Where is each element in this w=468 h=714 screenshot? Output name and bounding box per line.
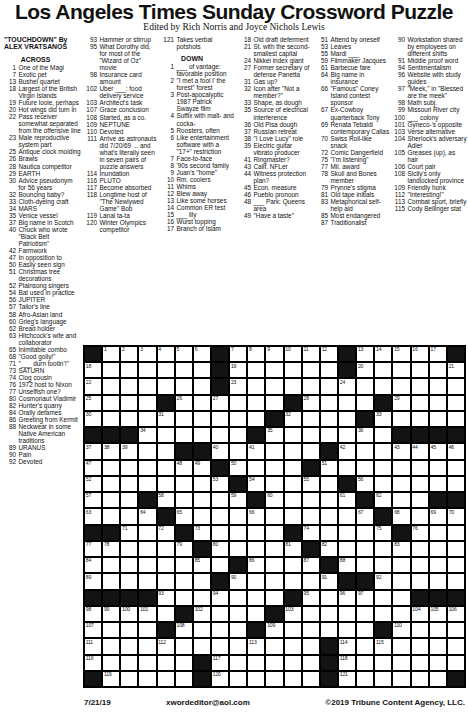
- grid-cell[interactable]: [356, 655, 374, 671]
- grid-cell[interactable]: [175, 362, 193, 378]
- grid-cell[interactable]: [102, 395, 120, 411]
- grid-cell[interactable]: [211, 557, 229, 573]
- grid-cell[interactable]: [138, 557, 156, 573]
- grid-cell[interactable]: [211, 492, 229, 508]
- grid-cell[interactable]: [157, 671, 175, 687]
- grid-cell[interactable]: 50: [229, 460, 247, 476]
- grid-cell[interactable]: 6: [193, 346, 211, 362]
- grid-cell[interactable]: [265, 655, 283, 671]
- grid-cell[interactable]: [356, 525, 374, 541]
- grid-cell[interactable]: 108: [175, 622, 193, 638]
- grid-cell[interactable]: [302, 622, 320, 638]
- grid-cell[interactable]: [229, 443, 247, 459]
- grid-cell[interactable]: [102, 508, 120, 524]
- grid-cell[interactable]: [175, 671, 193, 687]
- grid-cell[interactable]: [338, 622, 356, 638]
- grid-cell[interactable]: [392, 476, 410, 492]
- grid-cell[interactable]: [338, 411, 356, 427]
- grid-cell[interactable]: [447, 411, 465, 427]
- grid-cell[interactable]: [120, 573, 138, 589]
- grid-cell[interactable]: [247, 606, 265, 622]
- grid-cell[interactable]: 89: [84, 573, 102, 589]
- grid-cell[interactable]: 35: [265, 427, 283, 443]
- grid-cell[interactable]: [356, 671, 374, 687]
- grid-cell[interactable]: [211, 525, 229, 541]
- grid-cell[interactable]: [411, 411, 429, 427]
- grid-cell[interactable]: 82: [320, 541, 338, 557]
- grid-cell[interactable]: [247, 460, 265, 476]
- grid-cell[interactable]: [429, 395, 447, 411]
- grid-cell[interactable]: [175, 590, 193, 606]
- grid-cell[interactable]: [138, 671, 156, 687]
- grid-cell[interactable]: [284, 492, 302, 508]
- grid-cell[interactable]: [247, 671, 265, 687]
- grid-cell[interactable]: 21: [447, 362, 465, 378]
- grid-cell[interactable]: [429, 460, 447, 476]
- grid-cell[interactable]: [157, 460, 175, 476]
- grid-cell[interactable]: [284, 638, 302, 654]
- grid-cell[interactable]: 75: [374, 525, 392, 541]
- grid-cell[interactable]: [302, 655, 320, 671]
- grid-cell[interactable]: [392, 671, 410, 687]
- grid-cell[interactable]: 40: [211, 443, 229, 459]
- grid-cell[interactable]: [302, 606, 320, 622]
- grid-cell[interactable]: [302, 362, 320, 378]
- grid-cell[interactable]: [302, 443, 320, 459]
- grid-cell[interactable]: 85: [193, 557, 211, 573]
- grid-cell[interactable]: [265, 460, 283, 476]
- grid-cell[interactable]: 43: [392, 443, 410, 459]
- grid-cell[interactable]: [102, 492, 120, 508]
- grid-cell[interactable]: 96: [338, 590, 356, 606]
- grid-cell[interactable]: [374, 476, 392, 492]
- grid-cell[interactable]: 38: [102, 443, 120, 459]
- grid-cell[interactable]: 34: [138, 427, 156, 443]
- grid-cell[interactable]: [229, 590, 247, 606]
- grid-cell[interactable]: [320, 411, 338, 427]
- grid-cell[interactable]: [175, 427, 193, 443]
- grid-cell[interactable]: 18: [84, 362, 102, 378]
- grid-cell[interactable]: 116: [84, 655, 102, 671]
- grid-cell[interactable]: [120, 362, 138, 378]
- grid-cell[interactable]: [302, 492, 320, 508]
- grid-cell[interactable]: 83: [392, 541, 410, 557]
- grid-cell[interactable]: 45: [429, 443, 447, 459]
- grid-cell[interactable]: [302, 671, 320, 687]
- grid-cell[interactable]: 117: [211, 655, 229, 671]
- grid-cell[interactable]: [392, 606, 410, 622]
- grid-cell[interactable]: 22: [84, 378, 102, 394]
- grid-cell[interactable]: 29: [392, 395, 410, 411]
- grid-cell[interactable]: [284, 622, 302, 638]
- grid-cell[interactable]: 74: [302, 525, 320, 541]
- grid-cell[interactable]: 113: [247, 638, 265, 654]
- grid-cell[interactable]: 19: [229, 362, 247, 378]
- grid-cell[interactable]: 109: [265, 622, 283, 638]
- grid-cell[interactable]: [302, 427, 320, 443]
- grid-cell[interactable]: [265, 638, 283, 654]
- grid-cell[interactable]: [120, 655, 138, 671]
- grid-cell[interactable]: [120, 671, 138, 687]
- grid-cell[interactable]: [392, 573, 410, 589]
- grid-cell[interactable]: [229, 606, 247, 622]
- grid-cell[interactable]: [175, 492, 193, 508]
- grid-cell[interactable]: [411, 671, 429, 687]
- grid-cell[interactable]: 90: [229, 573, 247, 589]
- grid-cell[interactable]: [411, 378, 429, 394]
- grid-cell[interactable]: 27: [211, 395, 229, 411]
- grid-cell[interactable]: [356, 606, 374, 622]
- grid-cell[interactable]: 62: [374, 492, 392, 508]
- grid-cell[interactable]: [338, 427, 356, 443]
- grid-cell[interactable]: [138, 476, 156, 492]
- grid-cell[interactable]: [157, 557, 175, 573]
- grid-cell[interactable]: [265, 541, 283, 557]
- grid-cell[interactable]: 58: [157, 492, 175, 508]
- grid-cell[interactable]: [265, 443, 283, 459]
- grid-cell[interactable]: [102, 622, 120, 638]
- grid-cell[interactable]: [284, 557, 302, 573]
- grid-cell[interactable]: [211, 638, 229, 654]
- grid-cell[interactable]: 41: [247, 443, 265, 459]
- grid-cell[interactable]: [193, 411, 211, 427]
- grid-cell[interactable]: 8: [247, 346, 265, 362]
- grid-cell[interactable]: 112: [157, 638, 175, 654]
- grid-cell[interactable]: [229, 655, 247, 671]
- grid-cell[interactable]: [102, 573, 120, 589]
- grid-cell[interactable]: 32: [284, 411, 302, 427]
- grid-cell[interactable]: 39: [120, 443, 138, 459]
- grid-cell[interactable]: [175, 378, 193, 394]
- grid-cell[interactable]: [447, 541, 465, 557]
- grid-cell[interactable]: [265, 395, 283, 411]
- grid-cell[interactable]: [138, 395, 156, 411]
- grid-cell[interactable]: 119: [102, 671, 120, 687]
- grid-cell[interactable]: [429, 362, 447, 378]
- grid-cell[interactable]: [392, 378, 410, 394]
- grid-cell[interactable]: [392, 590, 410, 606]
- grid-cell[interactable]: [138, 573, 156, 589]
- grid-cell[interactable]: [374, 541, 392, 557]
- grid-cell[interactable]: [284, 508, 302, 524]
- grid-cell[interactable]: [392, 655, 410, 671]
- grid-cell[interactable]: [374, 427, 392, 443]
- grid-cell[interactable]: [338, 606, 356, 622]
- grid-cell[interactable]: [138, 411, 156, 427]
- grid-cell[interactable]: 60: [265, 492, 283, 508]
- grid-cell[interactable]: 65: [175, 508, 193, 524]
- grid-cell[interactable]: [284, 443, 302, 459]
- grid-cell[interactable]: [429, 557, 447, 573]
- grid-cell[interactable]: [320, 606, 338, 622]
- grid-cell[interactable]: [247, 590, 265, 606]
- grid-cell[interactable]: [157, 541, 175, 557]
- grid-cell[interactable]: 10: [284, 346, 302, 362]
- grid-cell[interactable]: [229, 427, 247, 443]
- grid-cell[interactable]: [138, 655, 156, 671]
- grid-cell[interactable]: [356, 541, 374, 557]
- grid-cell[interactable]: 103: [284, 606, 302, 622]
- grid-cell[interactable]: [265, 508, 283, 524]
- grid-cell[interactable]: [247, 378, 265, 394]
- grid-cell[interactable]: [193, 638, 211, 654]
- grid-cell[interactable]: [120, 476, 138, 492]
- grid-cell[interactable]: [247, 525, 265, 541]
- grid-cell[interactable]: [411, 460, 429, 476]
- grid-cell[interactable]: [411, 508, 429, 524]
- grid-cell[interactable]: [411, 476, 429, 492]
- grid-cell[interactable]: 79: [175, 541, 193, 557]
- grid-cell[interactable]: [229, 411, 247, 427]
- grid-cell[interactable]: [356, 395, 374, 411]
- grid-cell[interactable]: [374, 443, 392, 459]
- grid-cell[interactable]: [284, 427, 302, 443]
- grid-cell[interactable]: [138, 622, 156, 638]
- grid-cell[interactable]: 120: [211, 671, 229, 687]
- grid-cell[interactable]: 61: [338, 492, 356, 508]
- grid-cell[interactable]: [429, 655, 447, 671]
- grid-cell[interactable]: [320, 476, 338, 492]
- grid-cell[interactable]: 15: [392, 346, 410, 362]
- grid-cell[interactable]: [411, 655, 429, 671]
- grid-cell[interactable]: [193, 508, 211, 524]
- grid-cell[interactable]: [102, 655, 120, 671]
- grid-cell[interactable]: 63: [84, 508, 102, 524]
- grid-cell[interactable]: [265, 476, 283, 492]
- grid-cell[interactable]: [265, 557, 283, 573]
- grid-cell[interactable]: 80: [211, 541, 229, 557]
- grid-cell[interactable]: 95: [302, 590, 320, 606]
- grid-cell[interactable]: [429, 671, 447, 687]
- grid-cell[interactable]: 88: [338, 557, 356, 573]
- grid-cell[interactable]: [102, 638, 120, 654]
- grid-cell[interactable]: [120, 622, 138, 638]
- grid-cell[interactable]: [265, 573, 283, 589]
- grid-cell[interactable]: [120, 638, 138, 654]
- grid-cell[interactable]: 57: [84, 492, 102, 508]
- grid-cell[interactable]: [429, 573, 447, 589]
- grid-cell[interactable]: [374, 655, 392, 671]
- grid-cell[interactable]: [138, 460, 156, 476]
- grid-cell[interactable]: [193, 395, 211, 411]
- grid-cell[interactable]: 84: [84, 557, 102, 573]
- grid-cell[interactable]: [265, 362, 283, 378]
- grid-cell[interactable]: 99: [102, 606, 120, 622]
- grid-cell[interactable]: [247, 395, 265, 411]
- grid-cell[interactable]: 17: [429, 346, 447, 362]
- grid-cell[interactable]: 59: [229, 492, 247, 508]
- grid-cell[interactable]: [392, 492, 410, 508]
- grid-cell[interactable]: 54: [247, 476, 265, 492]
- grid-cell[interactable]: 121: [338, 671, 356, 687]
- grid-cell[interactable]: [247, 411, 265, 427]
- grid-cell[interactable]: [229, 395, 247, 411]
- grid-cell[interactable]: 25: [84, 395, 102, 411]
- grid-cell[interactable]: [193, 476, 211, 492]
- grid-cell[interactable]: 52: [84, 476, 102, 492]
- grid-cell[interactable]: [320, 395, 338, 411]
- grid-cell[interactable]: 12: [320, 346, 338, 362]
- grid-cell[interactable]: 105: [429, 606, 447, 622]
- grid-cell[interactable]: [374, 460, 392, 476]
- grid-cell[interactable]: [447, 557, 465, 573]
- grid-cell[interactable]: 7: [229, 346, 247, 362]
- grid-cell[interactable]: [447, 655, 465, 671]
- grid-cell[interactable]: 13: [356, 346, 374, 362]
- grid-cell[interactable]: [429, 622, 447, 638]
- grid-cell[interactable]: [392, 362, 410, 378]
- grid-cell[interactable]: [411, 557, 429, 573]
- grid-cell[interactable]: 9: [265, 346, 283, 362]
- grid-cell[interactable]: 36: [356, 427, 374, 443]
- grid-cell[interactable]: [229, 671, 247, 687]
- grid-cell[interactable]: [229, 622, 247, 638]
- grid-cell[interactable]: [411, 541, 429, 557]
- grid-cell[interactable]: 28: [302, 395, 320, 411]
- grid-cell[interactable]: [175, 573, 193, 589]
- grid-cell[interactable]: [411, 622, 429, 638]
- grid-cell[interactable]: [102, 460, 120, 476]
- grid-cell[interactable]: [356, 460, 374, 476]
- grid-cell[interactable]: 11: [302, 346, 320, 362]
- grid-cell[interactable]: [320, 362, 338, 378]
- grid-cell[interactable]: 92: [374, 573, 392, 589]
- grid-cell[interactable]: 73: [193, 525, 211, 541]
- grid-cell[interactable]: 77: [84, 541, 102, 557]
- grid-cell[interactable]: [374, 557, 392, 573]
- grid-cell[interactable]: [157, 427, 175, 443]
- grid-cell[interactable]: [247, 573, 265, 589]
- grid-cell[interactable]: 107: [84, 622, 102, 638]
- grid-cell[interactable]: [157, 655, 175, 671]
- grid-cell[interactable]: [284, 476, 302, 492]
- grid-cell[interactable]: 94: [211, 590, 229, 606]
- grid-cell[interactable]: [138, 541, 156, 557]
- grid-cell[interactable]: [265, 378, 283, 394]
- grid-cell[interactable]: 76: [411, 525, 429, 541]
- grid-cell[interactable]: [193, 573, 211, 589]
- grid-cell[interactable]: [338, 508, 356, 524]
- grid-cell[interactable]: [429, 378, 447, 394]
- grid-cell[interactable]: [138, 638, 156, 654]
- grid-cell[interactable]: 56: [356, 476, 374, 492]
- grid-cell[interactable]: [356, 638, 374, 654]
- grid-cell[interactable]: [447, 476, 465, 492]
- grid-cell[interactable]: [284, 655, 302, 671]
- grid-cell[interactable]: 66: [247, 508, 265, 524]
- grid-cell[interactable]: [247, 541, 265, 557]
- grid-cell[interactable]: 118: [338, 655, 356, 671]
- grid-cell[interactable]: 72: [157, 525, 175, 541]
- grid-cell[interactable]: 31: [157, 411, 175, 427]
- grid-cell[interactable]: [447, 622, 465, 638]
- grid-cell[interactable]: [302, 638, 320, 654]
- grid-cell[interactable]: [411, 362, 429, 378]
- grid-cell[interactable]: [175, 411, 193, 427]
- grid-cell[interactable]: 44: [411, 443, 429, 459]
- grid-cell[interactable]: [447, 395, 465, 411]
- grid-cell[interactable]: [211, 622, 229, 638]
- grid-cell[interactable]: 110: [392, 622, 410, 638]
- grid-cell[interactable]: [356, 378, 374, 394]
- grid-cell[interactable]: [338, 525, 356, 541]
- grid-cell[interactable]: [120, 378, 138, 394]
- grid-cell[interactable]: 48: [175, 460, 193, 476]
- grid-cell[interactable]: 71: [120, 525, 138, 541]
- grid-cell[interactable]: [120, 541, 138, 557]
- grid-cell[interactable]: [447, 460, 465, 476]
- grid-cell[interactable]: [102, 557, 120, 573]
- grid-cell[interactable]: 2: [120, 346, 138, 362]
- grid-cell[interactable]: [138, 443, 156, 459]
- grid-cell[interactable]: [211, 411, 229, 427]
- grid-cell[interactable]: [320, 508, 338, 524]
- grid-cell[interactable]: [102, 362, 120, 378]
- grid-cell[interactable]: [284, 378, 302, 394]
- grid-cell[interactable]: [138, 378, 156, 394]
- grid-cell[interactable]: [392, 411, 410, 427]
- grid-cell[interactable]: 67: [356, 508, 374, 524]
- grid-cell[interactable]: 93: [157, 590, 175, 606]
- grid-cell[interactable]: [356, 557, 374, 573]
- grid-cell[interactable]: [157, 606, 175, 622]
- grid-cell[interactable]: 115: [374, 638, 392, 654]
- grid-cell[interactable]: 37: [84, 443, 102, 459]
- grid-cell[interactable]: 49: [193, 460, 211, 476]
- grid-cell[interactable]: 100: [120, 606, 138, 622]
- grid-cell[interactable]: 104: [411, 606, 429, 622]
- grid-cell[interactable]: [392, 557, 410, 573]
- grid-cell[interactable]: [229, 541, 247, 557]
- grid-cell[interactable]: 53: [211, 476, 229, 492]
- grid-cell[interactable]: [374, 590, 392, 606]
- grid-cell[interactable]: [320, 378, 338, 394]
- grid-cell[interactable]: [247, 362, 265, 378]
- grid-cell[interactable]: [193, 378, 211, 394]
- grid-cell[interactable]: [447, 573, 465, 589]
- grid-cell[interactable]: 69: [429, 508, 447, 524]
- grid-cell[interactable]: 97: [356, 590, 374, 606]
- grid-cell[interactable]: 24: [338, 378, 356, 394]
- grid-cell[interactable]: 33: [374, 411, 392, 427]
- grid-cell[interactable]: 30: [84, 411, 102, 427]
- grid-cell[interactable]: [374, 671, 392, 687]
- grid-cell[interactable]: 64: [138, 508, 156, 524]
- grid-cell[interactable]: [447, 525, 465, 541]
- grid-cell[interactable]: [302, 573, 320, 589]
- grid-cell[interactable]: [320, 622, 338, 638]
- grid-cell[interactable]: [320, 525, 338, 541]
- grid-cell[interactable]: 70: [447, 508, 465, 524]
- grid-cell[interactable]: [320, 590, 338, 606]
- grid-cell[interactable]: 14: [374, 346, 392, 362]
- grid-cell[interactable]: [374, 606, 392, 622]
- grid-cell[interactable]: [284, 460, 302, 476]
- grid-cell[interactable]: [338, 395, 356, 411]
- grid-cell[interactable]: [157, 378, 175, 394]
- grid-cell[interactable]: 16: [411, 346, 429, 362]
- grid-cell[interactable]: [392, 638, 410, 654]
- grid-cell[interactable]: 55: [302, 476, 320, 492]
- grid-cell[interactable]: 51: [320, 460, 338, 476]
- grid-cell[interactable]: [411, 573, 429, 589]
- grid-cell[interactable]: [138, 362, 156, 378]
- grid-cell[interactable]: [338, 541, 356, 557]
- grid-cell[interactable]: [102, 378, 120, 394]
- grid-cell[interactable]: [120, 395, 138, 411]
- grid-cell[interactable]: 47: [84, 460, 102, 476]
- grid-cell[interactable]: 4: [157, 346, 175, 362]
